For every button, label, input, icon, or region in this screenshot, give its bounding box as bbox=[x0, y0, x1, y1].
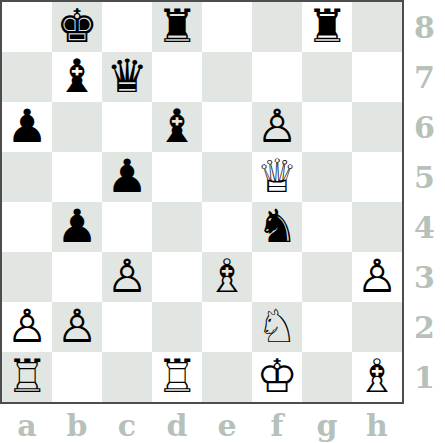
square-a3[interactable] bbox=[2, 252, 52, 302]
square-h1[interactable]: ♗ bbox=[352, 352, 402, 402]
black-pawn: ♟ bbox=[106, 153, 147, 199]
square-g6[interactable] bbox=[302, 102, 352, 152]
white-rook: ♖ bbox=[156, 353, 197, 399]
square-d4[interactable] bbox=[152, 202, 202, 252]
square-f4[interactable]: ♞ bbox=[252, 202, 302, 252]
white-pawn: ♙ bbox=[356, 253, 397, 299]
file-label-b: b bbox=[52, 404, 102, 443]
square-c3[interactable]: ♙ bbox=[102, 252, 152, 302]
file-label-g: g bbox=[302, 404, 352, 443]
file-label-h: h bbox=[352, 404, 402, 443]
file-labels: abcdefgh bbox=[2, 404, 402, 443]
square-a1[interactable]: ♖ bbox=[2, 352, 52, 402]
rank-label-1: 1 bbox=[404, 352, 445, 402]
square-g1[interactable] bbox=[302, 352, 352, 402]
rank-label-8: 8 bbox=[404, 2, 445, 52]
square-f3[interactable] bbox=[252, 252, 302, 302]
square-b6[interactable] bbox=[52, 102, 102, 152]
square-g2[interactable] bbox=[302, 302, 352, 352]
square-d8[interactable]: ♜ bbox=[152, 2, 202, 52]
square-h4[interactable] bbox=[352, 202, 402, 252]
square-a5[interactable] bbox=[2, 152, 52, 202]
black-rook: ♜ bbox=[306, 3, 347, 49]
file-label-d: d bbox=[152, 404, 202, 443]
black-knight: ♞ bbox=[256, 203, 297, 249]
white-pawn: ♙ bbox=[106, 253, 147, 299]
chess-board: ♚♜♜♝♛♟♝♙♟♕♟♞♙♗♙♙♙♘♖♖♔♗ bbox=[0, 0, 404, 404]
file-label-a: a bbox=[2, 404, 52, 443]
black-pawn: ♟ bbox=[56, 203, 97, 249]
square-b2[interactable]: ♙ bbox=[52, 302, 102, 352]
square-e7[interactable] bbox=[202, 52, 252, 102]
square-a8[interactable] bbox=[2, 2, 52, 52]
square-e8[interactable] bbox=[202, 2, 252, 52]
black-rook: ♜ bbox=[156, 3, 197, 49]
square-g7[interactable] bbox=[302, 52, 352, 102]
white-knight: ♘ bbox=[256, 303, 297, 349]
white-queen: ♕ bbox=[256, 153, 297, 199]
square-d3[interactable] bbox=[152, 252, 202, 302]
square-c8[interactable] bbox=[102, 2, 152, 52]
square-d7[interactable] bbox=[152, 52, 202, 102]
white-bishop: ♗ bbox=[206, 253, 247, 299]
square-g3[interactable] bbox=[302, 252, 352, 302]
square-f8[interactable] bbox=[252, 2, 302, 52]
square-a7[interactable] bbox=[2, 52, 52, 102]
square-f2[interactable]: ♘ bbox=[252, 302, 302, 352]
square-b7[interactable]: ♝ bbox=[52, 52, 102, 102]
file-label-c: c bbox=[102, 404, 152, 443]
square-c7[interactable]: ♛ bbox=[102, 52, 152, 102]
square-a2[interactable]: ♙ bbox=[2, 302, 52, 352]
square-h6[interactable] bbox=[352, 102, 402, 152]
square-e1[interactable] bbox=[202, 352, 252, 402]
square-g5[interactable] bbox=[302, 152, 352, 202]
square-d2[interactable] bbox=[152, 302, 202, 352]
square-g4[interactable] bbox=[302, 202, 352, 252]
square-e4[interactable] bbox=[202, 202, 252, 252]
square-f6[interactable]: ♙ bbox=[252, 102, 302, 152]
file-label-e: e bbox=[202, 404, 252, 443]
white-pawn: ♙ bbox=[6, 303, 47, 349]
white-pawn: ♙ bbox=[256, 103, 297, 149]
file-label-f: f bbox=[252, 404, 302, 443]
rank-label-4: 4 bbox=[404, 202, 445, 252]
square-b1[interactable] bbox=[52, 352, 102, 402]
square-f7[interactable] bbox=[252, 52, 302, 102]
white-bishop: ♗ bbox=[356, 353, 397, 399]
square-f1[interactable]: ♔ bbox=[252, 352, 302, 402]
square-e3[interactable]: ♗ bbox=[202, 252, 252, 302]
black-pawn: ♟ bbox=[6, 103, 47, 149]
white-king: ♔ bbox=[256, 353, 297, 399]
square-h5[interactable] bbox=[352, 152, 402, 202]
square-e5[interactable] bbox=[202, 152, 252, 202]
black-king: ♚ bbox=[56, 3, 97, 49]
black-queen: ♛ bbox=[106, 53, 147, 99]
square-h7[interactable] bbox=[352, 52, 402, 102]
square-d5[interactable] bbox=[152, 152, 202, 202]
rank-label-5: 5 bbox=[404, 152, 445, 202]
square-c2[interactable] bbox=[102, 302, 152, 352]
square-c1[interactable] bbox=[102, 352, 152, 402]
rank-label-3: 3 bbox=[404, 252, 445, 302]
square-g8[interactable]: ♜ bbox=[302, 2, 352, 52]
square-b8[interactable]: ♚ bbox=[52, 2, 102, 52]
square-b5[interactable] bbox=[52, 152, 102, 202]
square-h2[interactable] bbox=[352, 302, 402, 352]
square-c5[interactable]: ♟ bbox=[102, 152, 152, 202]
square-a6[interactable]: ♟ bbox=[2, 102, 52, 152]
square-h8[interactable] bbox=[352, 2, 402, 52]
white-rook: ♖ bbox=[6, 353, 47, 399]
square-f5[interactable]: ♕ bbox=[252, 152, 302, 202]
square-b3[interactable] bbox=[52, 252, 102, 302]
black-bishop: ♝ bbox=[156, 103, 197, 149]
square-e6[interactable] bbox=[202, 102, 252, 152]
rank-label-2: 2 bbox=[404, 302, 445, 352]
square-b4[interactable]: ♟ bbox=[52, 202, 102, 252]
square-e2[interactable] bbox=[202, 302, 252, 352]
rank-label-7: 7 bbox=[404, 52, 445, 102]
rank-labels: 87654321 bbox=[404, 2, 445, 402]
square-d1[interactable]: ♖ bbox=[152, 352, 202, 402]
rank-label-6: 6 bbox=[404, 102, 445, 152]
square-h3[interactable]: ♙ bbox=[352, 252, 402, 302]
square-c4[interactable] bbox=[102, 202, 152, 252]
chess-diagram: ♚♜♜♝♛♟♝♙♟♕♟♞♙♗♙♙♙♘♖♖♔♗ 87654321 abcdefgh bbox=[0, 0, 445, 443]
square-a4[interactable] bbox=[2, 202, 52, 252]
black-bishop: ♝ bbox=[56, 53, 97, 99]
square-d6[interactable]: ♝ bbox=[152, 102, 202, 152]
square-c6[interactable] bbox=[102, 102, 152, 152]
white-pawn: ♙ bbox=[56, 303, 97, 349]
